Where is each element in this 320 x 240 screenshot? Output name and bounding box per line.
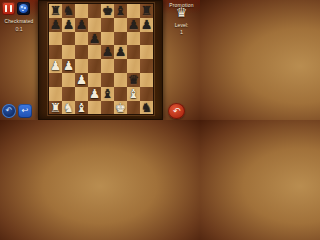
menu-button[interactable] — [17, 2, 30, 15]
square-a6[interactable] — [49, 32, 62, 46]
black-pawn-e5: ♟ — [101, 45, 114, 59]
square-d1[interactable] — [88, 101, 101, 115]
square-c2[interactable] — [75, 87, 88, 101]
square-a7[interactable]: ♟ — [49, 18, 62, 32]
square-d5[interactable] — [88, 45, 101, 59]
white-bishop-c1: ♝ — [75, 101, 88, 115]
square-e5[interactable]: ♟ — [101, 45, 114, 59]
square-f7[interactable] — [114, 18, 127, 32]
square-h7[interactable]: ♟ — [140, 18, 153, 32]
square-g5[interactable] — [127, 45, 140, 59]
redo-arrow-icon: ↩ — [22, 106, 29, 115]
square-a4[interactable]: ♟ — [49, 59, 62, 73]
black-pawn-h7: ♟ — [140, 18, 153, 32]
square-h8[interactable]: ♜ — [140, 4, 153, 18]
black-pawn-f5: ♟ — [114, 45, 127, 59]
left-panel: Checkmated 0:1 ↶ ↩ — [0, 0, 38, 120]
square-h3[interactable] — [140, 73, 153, 87]
square-f4[interactable] — [114, 59, 127, 73]
white-pawn-c3: ♟ — [75, 73, 88, 87]
square-b6[interactable] — [62, 32, 75, 46]
black-queen-g3: ♛ — [127, 73, 140, 87]
square-c4[interactable] — [75, 59, 88, 73]
square-g7[interactable]: ♟ — [127, 18, 140, 32]
undo-button[interactable]: ↶ — [2, 104, 16, 118]
square-e8[interactable]: ♚ — [101, 4, 114, 18]
square-c8[interactable] — [75, 4, 88, 18]
square-e3[interactable] — [101, 73, 114, 87]
black-bishop-f8: ♝ — [114, 4, 127, 18]
square-c7[interactable]: ♟ — [75, 18, 88, 32]
square-a8[interactable]: ♜ — [49, 4, 62, 18]
square-e2[interactable]: ♝ — [101, 87, 114, 101]
pause-icon — [5, 5, 12, 12]
square-f1[interactable]: ♚ — [114, 101, 127, 115]
black-rook-h8: ♜ — [140, 4, 153, 18]
black-rook-a8: ♜ — [49, 4, 62, 18]
square-g1[interactable] — [127, 101, 140, 115]
square-g4[interactable] — [127, 59, 140, 73]
chess-board-frame: ♜♞♚♝♜♟♟♟♟♟♟♟♟♟♟♟♛♟♝♝♜♞♝♚♞ — [38, 0, 163, 120]
game-status-text: Checkmated — [0, 19, 38, 24]
square-c1[interactable]: ♝ — [75, 101, 88, 115]
square-d7[interactable] — [88, 18, 101, 32]
square-h6[interactable] — [140, 32, 153, 46]
square-f8[interactable]: ♝ — [114, 4, 127, 18]
square-a5[interactable] — [49, 45, 62, 59]
back-button[interactable]: ↶ — [168, 103, 185, 119]
square-g3[interactable]: ♛ — [127, 73, 140, 87]
black-pawn-a7: ♟ — [49, 18, 62, 32]
back-arrow-icon: ↶ — [173, 106, 181, 116]
white-king-f1: ♚ — [114, 101, 127, 115]
square-h1[interactable]: ♞ — [140, 101, 153, 115]
square-h5[interactable] — [140, 45, 153, 59]
black-king-e8: ♚ — [101, 4, 114, 18]
square-g6[interactable] — [127, 32, 140, 46]
black-pawn-d6: ♟ — [88, 32, 101, 46]
square-d2[interactable]: ♟ — [88, 87, 101, 101]
square-b5[interactable] — [62, 45, 75, 59]
square-f6[interactable] — [114, 32, 127, 46]
square-b1[interactable]: ♞ — [62, 101, 75, 115]
square-d3[interactable] — [88, 73, 101, 87]
square-c5[interactable] — [75, 45, 88, 59]
undo-arrow-icon: ↶ — [6, 106, 13, 115]
square-h4[interactable] — [140, 59, 153, 73]
square-a2[interactable] — [49, 87, 62, 101]
square-f3[interactable] — [114, 73, 127, 87]
square-a1[interactable]: ♜ — [49, 101, 62, 115]
black-pawn-g7: ♟ — [127, 18, 140, 32]
black-knight-h1: ♞ — [140, 101, 153, 115]
globe-icon — [19, 4, 28, 13]
black-bishop-e2: ♝ — [101, 87, 114, 101]
square-b4[interactable]: ♟ — [62, 59, 75, 73]
square-d4[interactable] — [88, 59, 101, 73]
white-knight-b1: ♞ — [62, 101, 75, 115]
square-e4[interactable] — [101, 59, 114, 73]
square-e1[interactable] — [101, 101, 114, 115]
right-panel: Promotion ♛ Level: 1 ↶ — [163, 0, 200, 120]
game-score-text: 0:1 — [0, 26, 38, 32]
black-pawn-c7: ♟ — [75, 18, 88, 32]
square-g8[interactable] — [127, 4, 140, 18]
square-e6[interactable] — [101, 32, 114, 46]
white-rook-a1: ♜ — [49, 101, 62, 115]
white-bishop-g2: ♝ — [127, 87, 140, 101]
square-a3[interactable] — [49, 73, 62, 87]
square-b7[interactable]: ♟ — [62, 18, 75, 32]
board-grid: ♜♞♚♝♜♟♟♟♟♟♟♟♟♟♟♟♛♟♝♝♜♞♝♚♞ — [49, 4, 153, 114]
square-c6[interactable] — [75, 32, 88, 46]
square-f2[interactable] — [114, 87, 127, 101]
square-c3[interactable]: ♟ — [75, 73, 88, 87]
square-d8[interactable] — [88, 4, 101, 18]
square-d6[interactable]: ♟ — [88, 32, 101, 46]
black-knight-b8: ♞ — [62, 4, 75, 18]
redo-button[interactable]: ↩ — [18, 104, 32, 118]
white-pawn-d2: ♟ — [88, 87, 101, 101]
pause-button[interactable] — [2, 2, 15, 15]
promotion-queen-icon[interactable]: ♛ — [163, 6, 200, 20]
square-b3[interactable] — [62, 73, 75, 87]
white-pawn-b4: ♟ — [62, 59, 75, 73]
square-f5[interactable]: ♟ — [114, 45, 127, 59]
square-g2[interactable]: ♝ — [127, 87, 140, 101]
white-pawn-a4: ♟ — [49, 59, 62, 73]
square-h2[interactable] — [140, 87, 153, 101]
square-e7[interactable] — [101, 18, 114, 32]
level-label: Level: — [163, 22, 200, 28]
level-value: 1 — [163, 29, 200, 35]
black-pawn-b7: ♟ — [62, 18, 75, 32]
square-b2[interactable] — [62, 87, 75, 101]
square-b8[interactable]: ♞ — [62, 4, 75, 18]
